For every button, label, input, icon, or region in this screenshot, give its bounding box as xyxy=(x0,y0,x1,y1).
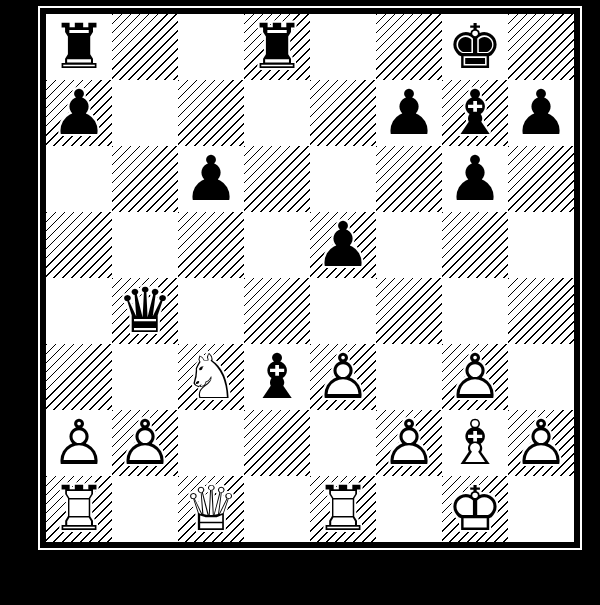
square-h1[interactable] xyxy=(508,476,574,542)
square-a4[interactable] xyxy=(46,278,112,344)
piece-white-king: ♚♔ xyxy=(442,476,508,542)
piece-white-rook: ♜♖ xyxy=(46,476,112,542)
black-pawn-icon: ♟ xyxy=(310,212,376,278)
square-g6[interactable]: ♟ xyxy=(442,146,508,212)
piece-black-pawn: ♟ xyxy=(376,80,442,146)
black-bishop-icon: ♝ xyxy=(442,80,508,146)
black-king-icon: ♚ xyxy=(442,14,508,80)
white-pawn-icon: ♟ xyxy=(46,410,112,476)
square-d6[interactable] xyxy=(244,146,310,212)
square-c4[interactable] xyxy=(178,278,244,344)
square-b2[interactable]: ♟♙ xyxy=(112,410,178,476)
square-a6[interactable] xyxy=(46,146,112,212)
square-h6[interactable] xyxy=(508,146,574,212)
square-d3[interactable]: ♝ xyxy=(244,344,310,410)
square-a8[interactable]: ♜ xyxy=(46,14,112,80)
square-d7[interactable] xyxy=(244,80,310,146)
black-pawn-icon: ♟ xyxy=(376,80,442,146)
white-queen-outline-icon: ♕ xyxy=(178,476,244,542)
square-g3[interactable]: ♟♙ xyxy=(442,344,508,410)
square-b5[interactable] xyxy=(112,212,178,278)
white-king-icon: ♚ xyxy=(442,476,508,542)
white-pawn-outline-icon: ♙ xyxy=(376,410,442,476)
black-pawn-icon: ♟ xyxy=(178,146,244,212)
square-f5[interactable] xyxy=(376,212,442,278)
white-pawn-icon: ♟ xyxy=(442,344,508,410)
piece-black-pawn: ♟ xyxy=(310,212,376,278)
white-bishop-icon: ♝ xyxy=(442,410,508,476)
white-pawn-outline-icon: ♙ xyxy=(112,410,178,476)
square-e6[interactable] xyxy=(310,146,376,212)
square-d1[interactable] xyxy=(244,476,310,542)
piece-black-rook: ♜ xyxy=(46,14,112,80)
piece-white-knight: ♞♘ xyxy=(178,344,244,410)
square-e8[interactable] xyxy=(310,14,376,80)
white-queen-icon: ♛ xyxy=(178,476,244,542)
white-pawn-outline-icon: ♙ xyxy=(508,410,574,476)
square-b8[interactable] xyxy=(112,14,178,80)
square-f6[interactable] xyxy=(376,146,442,212)
white-pawn-outline-icon: ♙ xyxy=(46,410,112,476)
square-a7[interactable]: ♟ xyxy=(46,80,112,146)
square-f1[interactable] xyxy=(376,476,442,542)
square-g2[interactable]: ♝♗ xyxy=(442,410,508,476)
square-f2[interactable]: ♟♙ xyxy=(376,410,442,476)
square-g5[interactable] xyxy=(442,212,508,278)
square-a5[interactable] xyxy=(46,212,112,278)
chess-board: ♜♜♚♟♟♝♟♟♟♟♛♞♘♝♟♙♟♙♟♙♟♙♟♙♝♗♟♙♜♖♛♕♜♖♚♔ xyxy=(40,8,580,548)
square-b7[interactable] xyxy=(112,80,178,146)
square-a2[interactable]: ♟♙ xyxy=(46,410,112,476)
square-c7[interactable] xyxy=(178,80,244,146)
black-queen-icon: ♛ xyxy=(112,278,178,344)
square-d2[interactable] xyxy=(244,410,310,476)
square-e2[interactable] xyxy=(310,410,376,476)
square-c6[interactable]: ♟ xyxy=(178,146,244,212)
piece-white-queen: ♛♕ xyxy=(178,476,244,542)
white-pawn-icon: ♟ xyxy=(376,410,442,476)
square-d4[interactable] xyxy=(244,278,310,344)
white-rook-icon: ♜ xyxy=(310,476,376,542)
piece-white-pawn: ♟♙ xyxy=(376,410,442,476)
square-b3[interactable] xyxy=(112,344,178,410)
square-g7[interactable]: ♝ xyxy=(442,80,508,146)
piece-white-pawn: ♟♙ xyxy=(508,410,574,476)
piece-white-bishop: ♝♗ xyxy=(442,410,508,476)
square-c5[interactable] xyxy=(178,212,244,278)
white-pawn-outline-icon: ♙ xyxy=(442,344,508,410)
square-e5[interactable]: ♟ xyxy=(310,212,376,278)
piece-black-king: ♚ xyxy=(442,14,508,80)
black-rook-icon: ♜ xyxy=(46,14,112,80)
white-pawn-outline-icon: ♙ xyxy=(310,344,376,410)
piece-white-pawn: ♟♙ xyxy=(310,344,376,410)
square-g4[interactable] xyxy=(442,278,508,344)
square-g8[interactable]: ♚ xyxy=(442,14,508,80)
piece-black-pawn: ♟ xyxy=(442,146,508,212)
white-pawn-icon: ♟ xyxy=(310,344,376,410)
piece-white-rook: ♜♖ xyxy=(310,476,376,542)
black-rook-icon: ♜ xyxy=(244,14,310,80)
square-e1[interactable]: ♜♖ xyxy=(310,476,376,542)
white-pawn-icon: ♟ xyxy=(112,410,178,476)
square-c3[interactable]: ♞♘ xyxy=(178,344,244,410)
square-g1[interactable]: ♚♔ xyxy=(442,476,508,542)
square-f7[interactable]: ♟ xyxy=(376,80,442,146)
piece-black-pawn: ♟ xyxy=(508,80,574,146)
piece-black-rook: ♜ xyxy=(244,14,310,80)
piece-black-pawn: ♟ xyxy=(46,80,112,146)
square-f3[interactable] xyxy=(376,344,442,410)
square-f4[interactable] xyxy=(376,278,442,344)
white-rook-outline-icon: ♖ xyxy=(46,476,112,542)
black-pawn-icon: ♟ xyxy=(46,80,112,146)
piece-black-bishop: ♝ xyxy=(442,80,508,146)
square-c1[interactable]: ♛♕ xyxy=(178,476,244,542)
square-h3[interactable] xyxy=(508,344,574,410)
white-rook-icon: ♜ xyxy=(46,476,112,542)
chess-board-frame: ♜♜♚♟♟♝♟♟♟♟♛♞♘♝♟♙♟♙♟♙♟♙♟♙♝♗♟♙♜♖♛♕♜♖♚♔ xyxy=(38,6,582,550)
white-knight-icon: ♞ xyxy=(178,344,244,410)
square-d5[interactable] xyxy=(244,212,310,278)
white-king-outline-icon: ♔ xyxy=(442,476,508,542)
square-d8[interactable]: ♜ xyxy=(244,14,310,80)
square-c2[interactable] xyxy=(178,410,244,476)
square-e3[interactable]: ♟♙ xyxy=(310,344,376,410)
black-pawn-icon: ♟ xyxy=(442,146,508,212)
piece-black-bishop: ♝ xyxy=(244,344,310,410)
square-a1[interactable]: ♜♖ xyxy=(46,476,112,542)
square-b1[interactable] xyxy=(112,476,178,542)
piece-white-pawn: ♟♙ xyxy=(46,410,112,476)
square-e4[interactable] xyxy=(310,278,376,344)
square-f8[interactable] xyxy=(376,14,442,80)
square-b6[interactable] xyxy=(112,146,178,212)
white-knight-outline-icon: ♘ xyxy=(178,344,244,410)
piece-black-queen: ♛ xyxy=(112,278,178,344)
white-pawn-icon: ♟ xyxy=(508,410,574,476)
square-a3[interactable] xyxy=(46,344,112,410)
piece-white-pawn: ♟♙ xyxy=(442,344,508,410)
black-pawn-icon: ♟ xyxy=(508,80,574,146)
black-bishop-icon: ♝ xyxy=(244,344,310,410)
square-h2[interactable]: ♟♙ xyxy=(508,410,574,476)
square-h4[interactable] xyxy=(508,278,574,344)
square-h7[interactable]: ♟ xyxy=(508,80,574,146)
page-background: ♜♜♚♟♟♝♟♟♟♟♛♞♘♝♟♙♟♙♟♙♟♙♟♙♝♗♟♙♜♖♛♕♜♖♚♔ xyxy=(0,0,600,605)
piece-white-pawn: ♟♙ xyxy=(112,410,178,476)
square-h8[interactable] xyxy=(508,14,574,80)
white-bishop-outline-icon: ♗ xyxy=(442,410,508,476)
square-c8[interactable] xyxy=(178,14,244,80)
piece-black-pawn: ♟ xyxy=(178,146,244,212)
square-h5[interactable] xyxy=(508,212,574,278)
square-e7[interactable] xyxy=(310,80,376,146)
square-b4[interactable]: ♛ xyxy=(112,278,178,344)
white-rook-outline-icon: ♖ xyxy=(310,476,376,542)
